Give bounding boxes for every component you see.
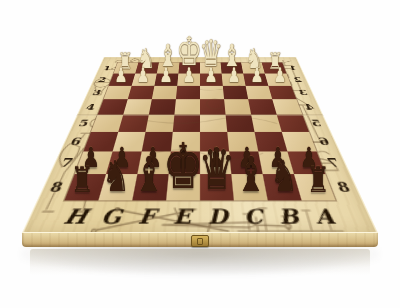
file-label-a: A <box>302 201 348 232</box>
clasp <box>191 235 209 247</box>
file-labels: HGFEDCBA <box>52 201 348 232</box>
scene: 12345678 12345678 HGFEDCBA <box>0 0 400 308</box>
file-label-e: E <box>163 201 200 232</box>
front-panel <box>22 232 378 247</box>
chess-set-photo: 12345678 12345678 HGFEDCBA ♜♞♝♚♛♝♞♜♟♟♟♟♟… <box>0 0 400 308</box>
file-label-f: F <box>126 201 166 232</box>
file-label-d: D <box>200 201 237 232</box>
wood-board: 12345678 12345678 HGFEDCBA <box>22 57 379 234</box>
